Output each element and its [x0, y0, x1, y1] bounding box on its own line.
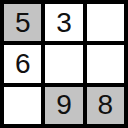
cell-digit: 9: [56, 91, 72, 119]
cell-digit: 5: [15, 9, 31, 37]
grid-cell-r0c0[interactable]: 5: [4, 4, 41, 41]
grid-cell-r0c2[interactable]: [87, 4, 124, 41]
cell-digit: 3: [56, 9, 72, 37]
sudoku-board: 53698: [0, 0, 128, 128]
grid-cell-r2c0[interactable]: [4, 87, 41, 124]
grid-cell-r0c1[interactable]: 3: [45, 4, 82, 41]
grid-cell-r2c1[interactable]: 9: [45, 87, 82, 124]
cell-digit: 8: [98, 91, 114, 119]
grid-cell-r1c0[interactable]: 6: [4, 45, 41, 82]
grid-cell-r1c2[interactable]: [87, 45, 124, 82]
grid-cell-r2c2[interactable]: 8: [87, 87, 124, 124]
grid-cell-r1c1[interactable]: [45, 45, 82, 82]
cell-digit: 6: [15, 50, 31, 78]
